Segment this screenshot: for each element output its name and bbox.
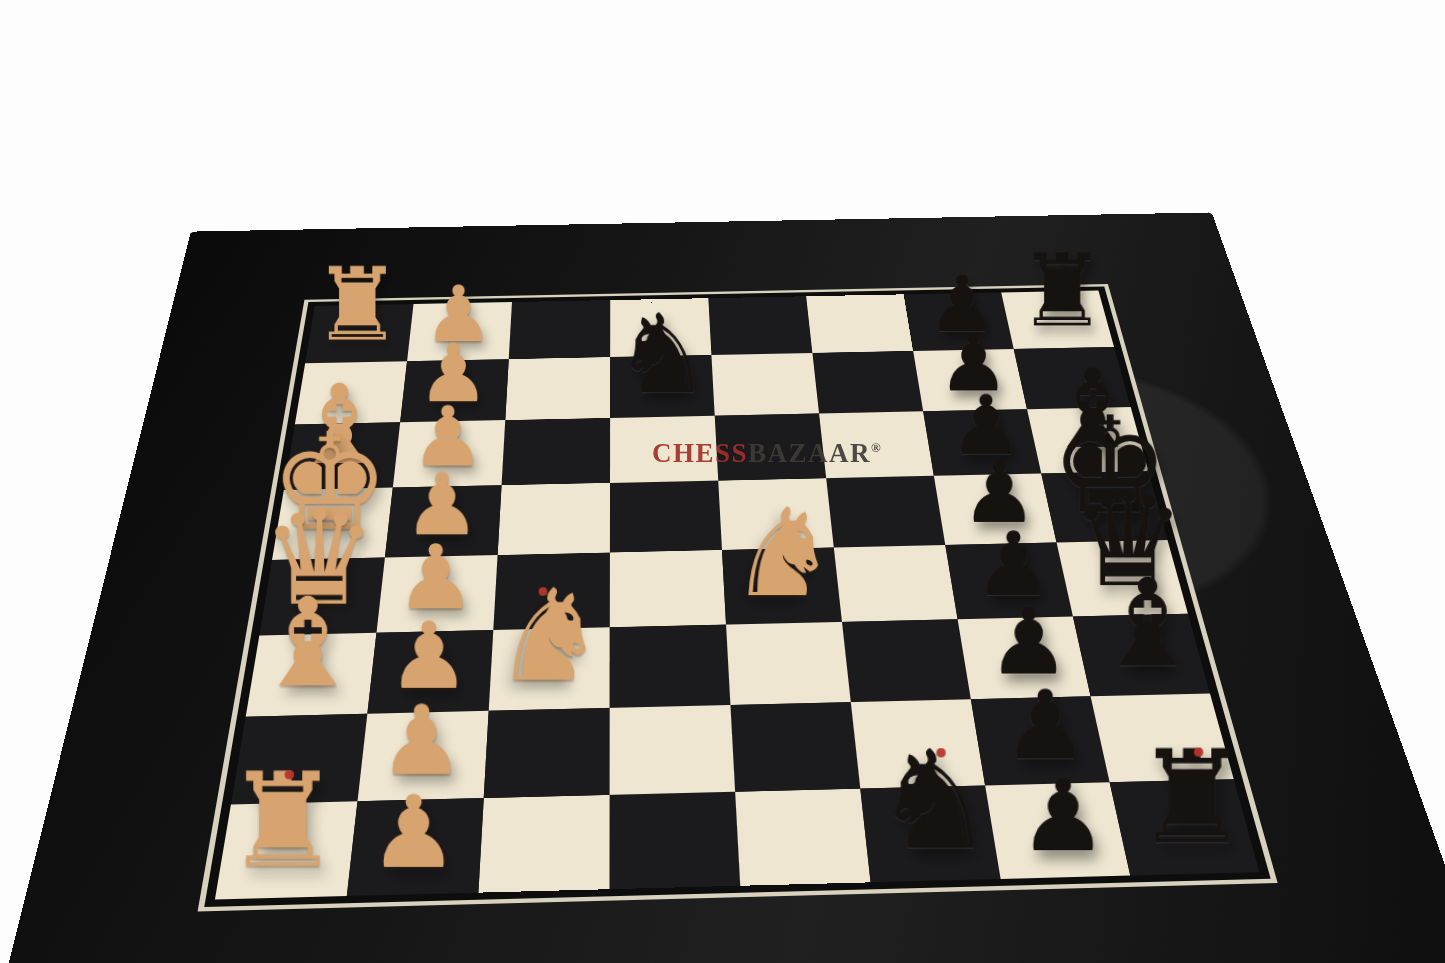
square-c5 <box>726 622 851 705</box>
registered-icon: ® <box>871 440 881 455</box>
square-b4 <box>610 705 736 795</box>
square-a3 <box>478 795 609 893</box>
board-frame: ♜♟♟♜♟♞♟♝♟♟♝♚♟♟♚♛♟♞♟♛♝♟♞♟♝♟♟♜♟♞♟♜ <box>0 212 1445 963</box>
white-knight-c3: ♞ <box>493 572 607 699</box>
square-b3 <box>484 708 610 798</box>
square-c8: ♝ <box>1073 614 1210 696</box>
board-inner-margin: ♜♟♟♜♟♞♟♝♟♟♝♚♟♟♚♛♟♞♟♛♝♟♞♟♝♟♟♜♟♞♟♜ <box>204 287 1270 907</box>
black-knight-a6: ♞ <box>873 732 996 869</box>
square-a4 <box>609 792 740 889</box>
square-g6 <box>812 351 923 414</box>
square-e3 <box>498 483 610 555</box>
square-a5 <box>735 789 870 886</box>
square-h6 <box>806 294 913 353</box>
square-c6 <box>842 619 971 702</box>
square-c1: ♝ <box>246 633 377 717</box>
black-bishop-c8: ♝ <box>1093 563 1202 685</box>
white-knight-d5: ♞ <box>729 492 838 614</box>
white-pawn-a2: ♟ <box>369 782 459 882</box>
square-a7: ♟ <box>985 782 1130 879</box>
square-a6: ♞ <box>860 785 1000 882</box>
watermark-chess: CHESS <box>652 438 748 468</box>
square-c3: ♞ <box>489 627 610 710</box>
square-e6 <box>826 476 945 548</box>
black-rook-h8: ♜ <box>1017 240 1107 340</box>
square-d4 <box>610 550 726 627</box>
black-knight-g4: ♞ <box>613 299 711 409</box>
square-a8: ♜ <box>1110 779 1260 875</box>
chess-board: ♜♟♟♜♟♞♟♝♟♟♝♚♟♟♚♛♟♞♟♛♝♟♞♟♝♟♟♜♟♞♟♜ <box>215 291 1260 900</box>
watermark-bazaar: BAZAAR <box>748 438 871 468</box>
square-f3 <box>502 418 611 485</box>
board-border-line: ♜♟♟♜♟♞♟♝♟♟♝♚♟♟♚♛♟♞♟♛♝♟♞♟♝♟♟♜♟♞♟♜ <box>198 284 1278 912</box>
square-g4: ♞ <box>610 355 715 418</box>
product-photo: ♜♟♟♜♟♞♟♝♟♟♝♚♟♟♚♛♟♞♟♛♝♟♞♟♝♟♟♜♟♞♟♜ CHESSBA… <box>0 0 1445 963</box>
square-d5: ♞ <box>722 547 842 624</box>
square-h3 <box>509 300 611 359</box>
square-h5 <box>708 296 812 355</box>
white-bishop-c1: ♝ <box>253 582 363 705</box>
white-rook-a1: ♜ <box>224 755 341 886</box>
square-a2: ♟ <box>347 798 484 896</box>
white-rook-h1: ♜ <box>312 254 403 355</box>
square-d6 <box>834 545 958 622</box>
chess-board-3d: ♜♟♟♜♟♞♟♝♟♟♝♚♟♟♚♛♟♞♟♛♝♟♞♟♝♟♟♜♟♞♟♜ <box>0 212 1445 963</box>
black-rook-a8: ♜ <box>1134 732 1250 861</box>
square-c4 <box>610 625 731 708</box>
square-h8: ♜ <box>1001 291 1114 349</box>
watermark: CHESSBAZAAR® <box>652 438 881 469</box>
black-pawn-a7: ♟ <box>1019 766 1108 865</box>
square-h1: ♜ <box>305 304 413 363</box>
square-g3 <box>505 357 610 420</box>
square-b5 <box>730 702 860 792</box>
square-g5 <box>711 353 819 416</box>
square-e4 <box>610 481 722 553</box>
square-a1: ♜ <box>215 801 358 899</box>
